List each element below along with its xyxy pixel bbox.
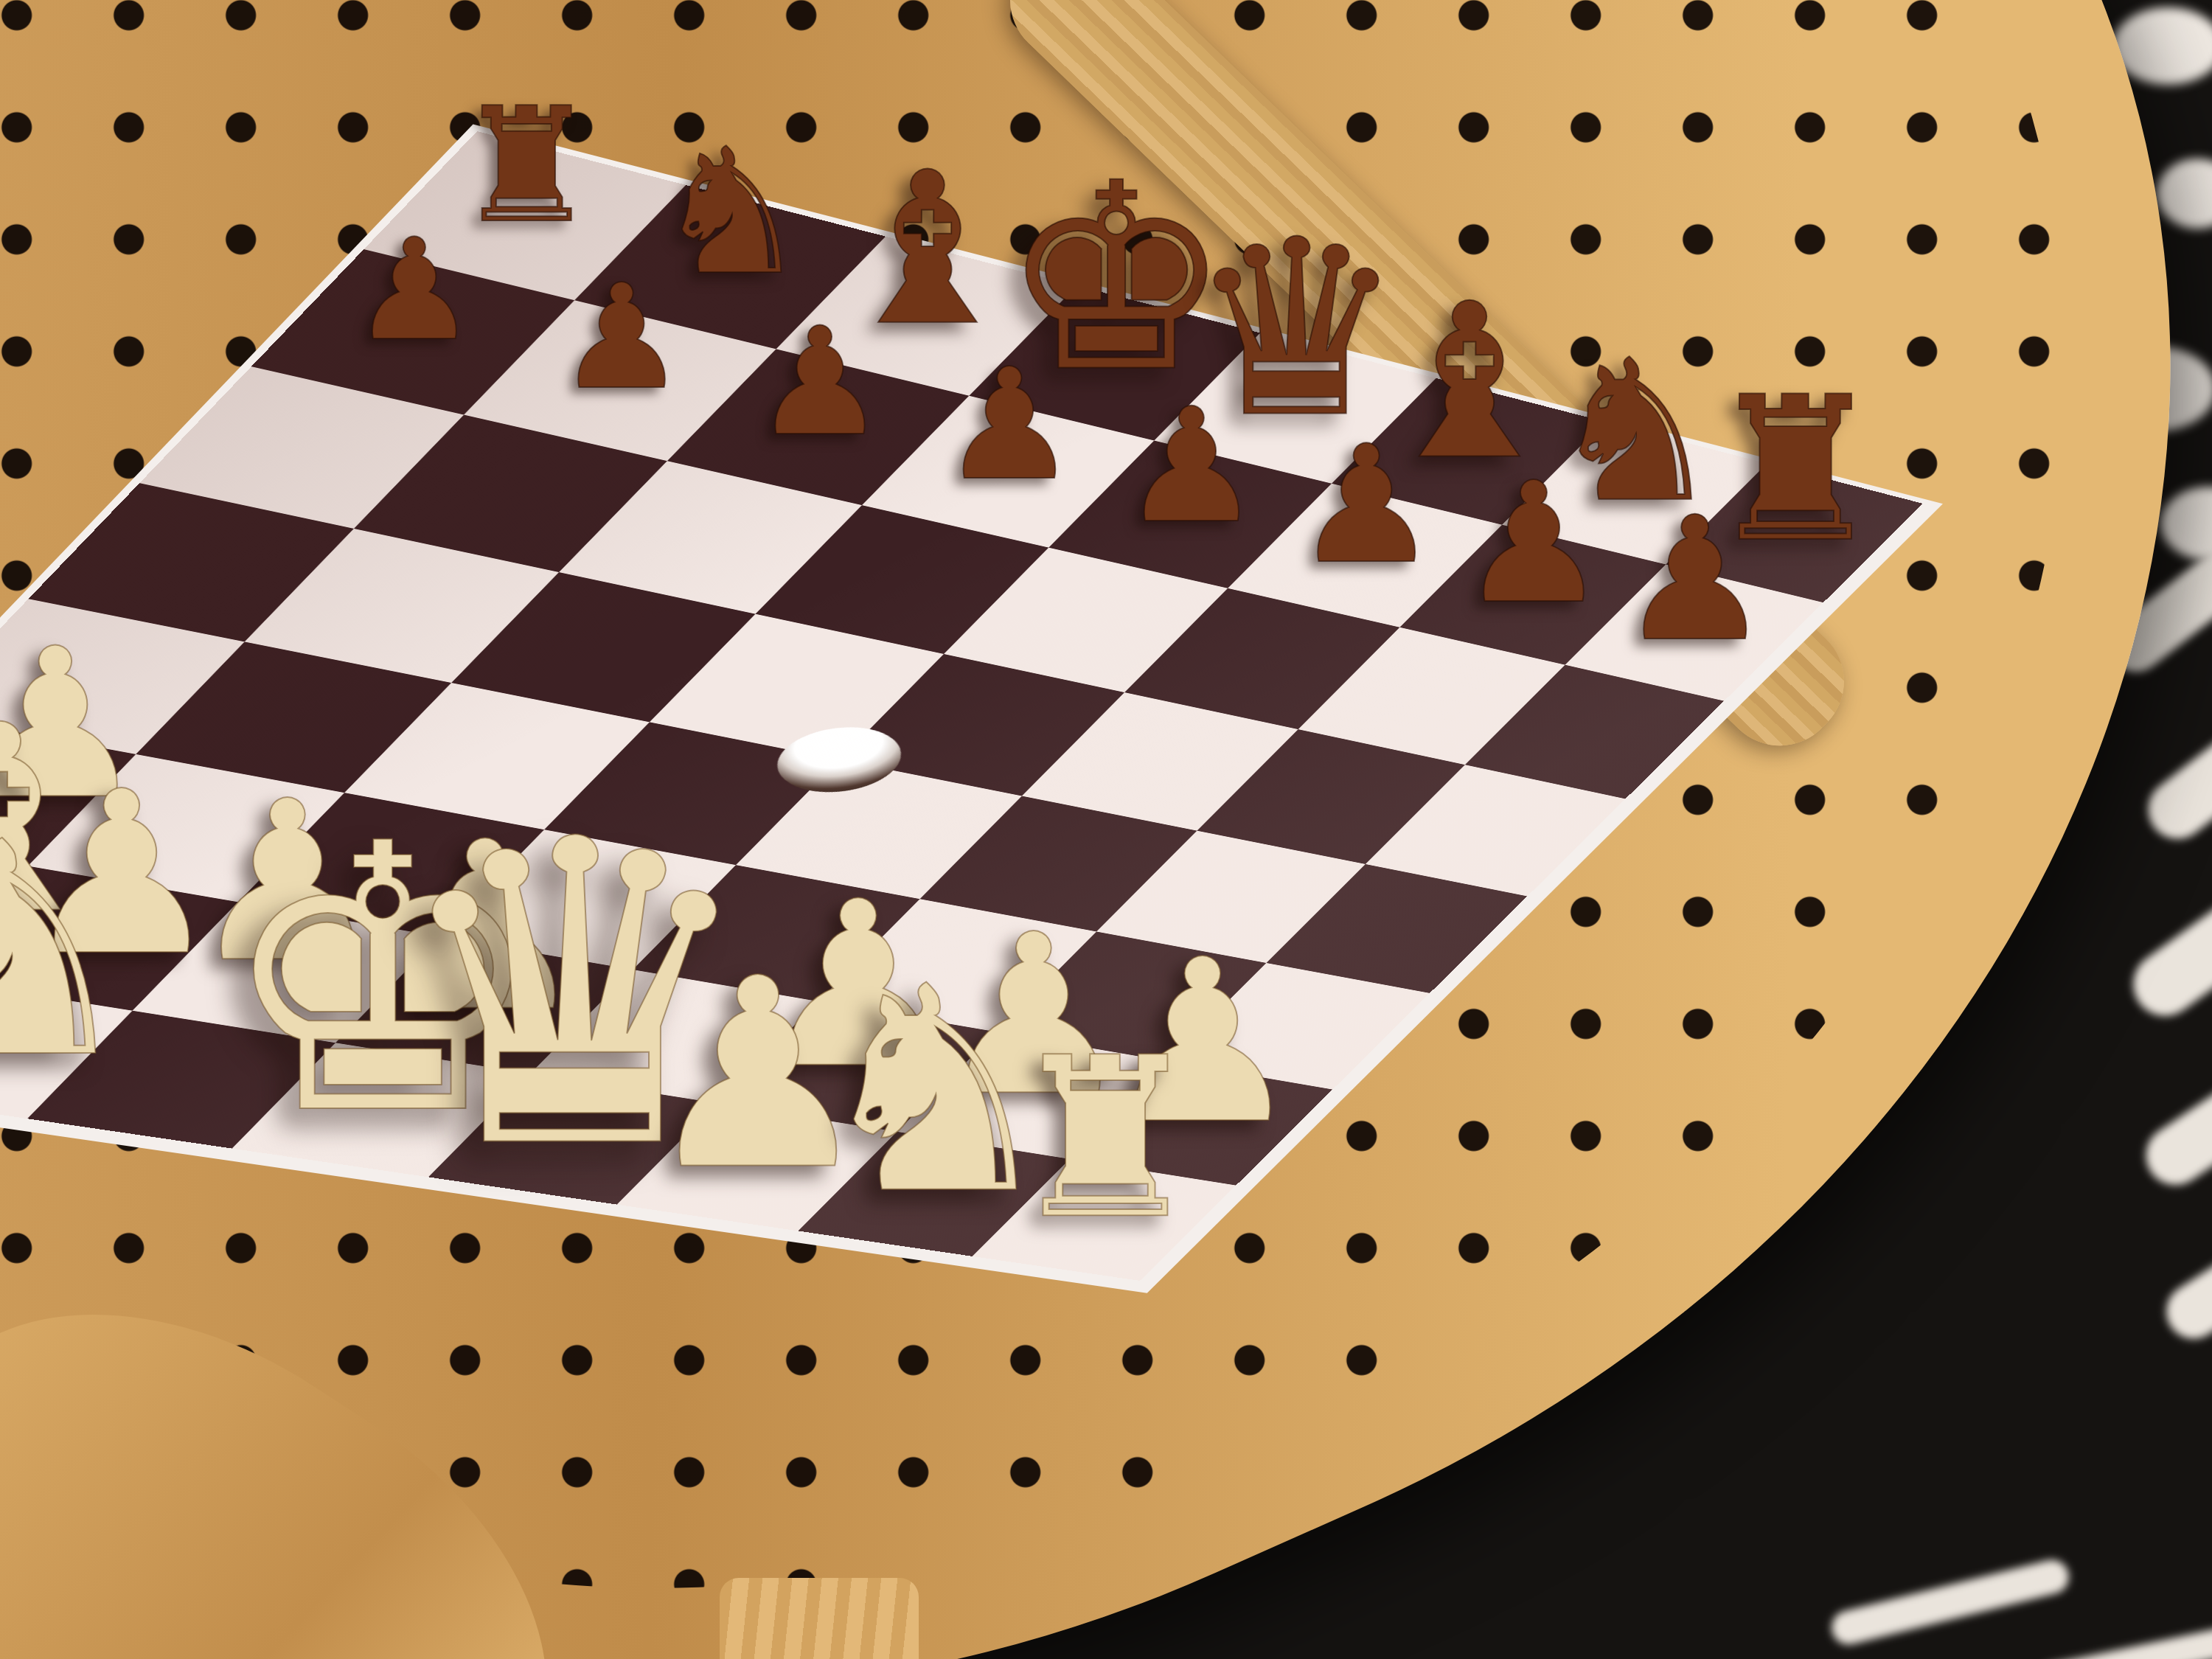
piece-dark-P-b7[interactable]: ♟ [557, 265, 686, 409]
rug-stripe [2136, 668, 2212, 851]
rug-stripe [2156, 1183, 2212, 1349]
rug-stripe [2121, 834, 2212, 1029]
rug-spot [2157, 159, 2212, 229]
piece-dark-P-e7[interactable]: ♟ [1121, 387, 1262, 545]
stool-leg [720, 1578, 919, 1659]
piece-white-N-b1[interactable]: ♞ [0, 804, 143, 1099]
piece-dark-P-h7[interactable]: ♟ [1618, 494, 1772, 665]
rug-spot [2160, 487, 2212, 560]
photo-stage: ♜♞♝♟♚♟♛♟♝♟♞♟♜♟♟♟♟♝♟♟♟♞♟♟♚♟♛♟♞♜ [0, 0, 2212, 1659]
piece-dark-P-a7[interactable]: ♟ [352, 220, 477, 361]
rug-stripe [1828, 1557, 2072, 1648]
piece-dark-P-g7[interactable]: ♟ [1459, 460, 1609, 627]
rug-stripe [2034, 1621, 2212, 1659]
piece-white-R-h1[interactable]: ♜ [1006, 1029, 1205, 1250]
piece-dark-P-c7[interactable]: ♟ [753, 307, 886, 456]
piece-dark-P-f7[interactable]: ♟ [1293, 424, 1439, 586]
piece-dark-P-d7[interactable]: ♟ [941, 348, 1078, 501]
rug-stripe [2135, 1015, 2212, 1196]
